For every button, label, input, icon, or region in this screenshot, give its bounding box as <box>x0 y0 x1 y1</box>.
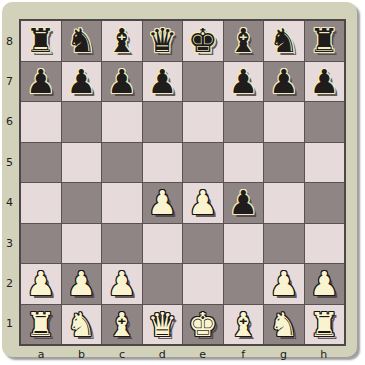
file-label-b: b <box>61 347 101 362</box>
piece-white-king-e1[interactable]: ♚ <box>183 305 223 345</box>
square-e8[interactable]: ♚ <box>183 21 223 61</box>
piece-black-knight-g8[interactable]: ♞ <box>264 21 304 61</box>
square-c8[interactable]: ♝ <box>102 21 142 61</box>
piece-black-pawn-a7[interactable]: ♟ <box>21 62 61 102</box>
piece-black-pawn-g7[interactable]: ♟ <box>264 62 304 102</box>
square-a6[interactable] <box>21 102 61 142</box>
square-f7[interactable]: ♟ <box>224 62 264 102</box>
square-c2[interactable]: ♟ <box>102 264 142 304</box>
rank-label-7: 7 <box>0 61 19 101</box>
piece-black-knight-b8[interactable]: ♞ <box>62 21 102 61</box>
square-h6[interactable] <box>305 102 345 142</box>
square-d1[interactable]: ♛ <box>143 305 183 345</box>
piece-black-pawn-f4[interactable]: ♟ <box>224 183 264 223</box>
piece-white-knight-g1[interactable]: ♞ <box>264 305 304 345</box>
square-g1[interactable]: ♞ <box>264 305 304 345</box>
piece-black-pawn-d7[interactable]: ♟ <box>143 62 183 102</box>
piece-white-pawn-c2[interactable]: ♟ <box>102 264 142 304</box>
piece-white-pawn-e4[interactable]: ♟ <box>183 183 223 223</box>
file-label-d: d <box>142 347 182 362</box>
piece-black-pawn-c7[interactable]: ♟ <box>102 62 142 102</box>
piece-white-rook-h1[interactable]: ♜ <box>305 305 345 345</box>
square-a3[interactable] <box>21 224 61 264</box>
square-h2[interactable]: ♟ <box>305 264 345 304</box>
square-g5[interactable] <box>264 143 304 183</box>
rank-label-5: 5 <box>0 142 19 182</box>
square-d6[interactable] <box>143 102 183 142</box>
file-label-h: h <box>304 347 344 362</box>
square-b3[interactable] <box>62 224 102 264</box>
square-b8[interactable]: ♞ <box>62 21 102 61</box>
square-h5[interactable] <box>305 143 345 183</box>
square-d7[interactable]: ♟ <box>143 62 183 102</box>
square-c4[interactable] <box>102 183 142 223</box>
square-g3[interactable] <box>264 224 304 264</box>
square-g4[interactable] <box>264 183 304 223</box>
square-b5[interactable] <box>62 143 102 183</box>
square-b1[interactable]: ♞ <box>62 305 102 345</box>
square-h7[interactable]: ♟ <box>305 62 345 102</box>
piece-black-king-e8[interactable]: ♚ <box>183 21 223 61</box>
piece-black-bishop-f8[interactable]: ♝ <box>224 21 264 61</box>
square-f1[interactable]: ♝ <box>224 305 264 345</box>
file-label-c: c <box>102 347 142 362</box>
piece-black-queen-d8[interactable]: ♛ <box>143 21 183 61</box>
square-c7[interactable]: ♟ <box>102 62 142 102</box>
square-f5[interactable] <box>224 143 264 183</box>
piece-black-pawn-h7[interactable]: ♟ <box>305 62 345 102</box>
square-d4[interactable]: ♟ <box>143 183 183 223</box>
square-f6[interactable] <box>224 102 264 142</box>
square-h1[interactable]: ♜ <box>305 305 345 345</box>
file-label-f: f <box>223 347 263 362</box>
square-e2[interactable] <box>183 264 223 304</box>
square-a7[interactable]: ♟ <box>21 62 61 102</box>
square-g6[interactable] <box>264 102 304 142</box>
piece-white-bishop-f1[interactable]: ♝ <box>224 305 264 345</box>
piece-black-pawn-f7[interactable]: ♟ <box>224 62 264 102</box>
square-h4[interactable] <box>305 183 345 223</box>
file-coordinates: abcdefgh <box>21 347 344 362</box>
piece-white-pawn-g2[interactable]: ♟ <box>264 264 304 304</box>
rank-label-4: 4 <box>0 183 19 223</box>
square-c6[interactable] <box>102 102 142 142</box>
piece-white-pawn-a2[interactable]: ♟ <box>21 264 61 304</box>
piece-white-pawn-h2[interactable]: ♟ <box>305 264 345 304</box>
piece-white-pawn-b2[interactable]: ♟ <box>62 264 102 304</box>
piece-white-bishop-c1[interactable]: ♝ <box>102 305 142 345</box>
square-e7[interactable] <box>183 62 223 102</box>
square-a2[interactable]: ♟ <box>21 264 61 304</box>
chess-board: ♜♞♝♛♚♝♞♜♟♟♟♟♟♟♟♟♟♟♟♟♟♟♟♜♞♝♛♚♝♞♜ <box>19 19 346 346</box>
piece-black-pawn-b7[interactable]: ♟ <box>62 62 102 102</box>
square-f4[interactable]: ♟ <box>224 183 264 223</box>
piece-white-pawn-d4[interactable]: ♟ <box>143 183 183 223</box>
rank-label-8: 8 <box>0 21 19 61</box>
square-g8[interactable]: ♞ <box>264 21 304 61</box>
board-grid: ♜♞♝♛♚♝♞♜♟♟♟♟♟♟♟♟♟♟♟♟♟♟♟♜♞♝♛♚♝♞♜ <box>21 21 344 344</box>
rank-coordinates: 87654321 <box>0 21 19 344</box>
square-b2[interactable]: ♟ <box>62 264 102 304</box>
square-e4[interactable]: ♟ <box>183 183 223 223</box>
square-e3[interactable] <box>183 224 223 264</box>
square-a1[interactable]: ♜ <box>21 305 61 345</box>
square-h8[interactable]: ♜ <box>305 21 345 61</box>
square-h3[interactable] <box>305 224 345 264</box>
file-label-e: e <box>183 347 223 362</box>
file-label-a: a <box>21 347 61 362</box>
square-d8[interactable]: ♛ <box>143 21 183 61</box>
square-a5[interactable] <box>21 143 61 183</box>
rank-label-6: 6 <box>0 102 19 142</box>
square-a8[interactable]: ♜ <box>21 21 61 61</box>
piece-black-rook-a8[interactable]: ♜ <box>21 21 61 61</box>
file-label-g: g <box>263 347 303 362</box>
rank-label-1: 1 <box>0 304 19 344</box>
square-f8[interactable]: ♝ <box>224 21 264 61</box>
chess-app-window: 87654321 ♜♞♝♛♚♝♞♜♟♟♟♟♟♟♟♟♟♟♟♟♟♟♟♜♞♝♛♚♝♞♜… <box>0 0 365 365</box>
square-g7[interactable]: ♟ <box>264 62 304 102</box>
square-b4[interactable] <box>62 183 102 223</box>
square-e5[interactable] <box>183 143 223 183</box>
square-d5[interactable] <box>143 143 183 183</box>
square-e6[interactable] <box>183 102 223 142</box>
square-f2[interactable] <box>224 264 264 304</box>
rank-label-3: 3 <box>0 223 19 263</box>
square-f3[interactable] <box>224 224 264 264</box>
square-e1[interactable]: ♚ <box>183 305 223 345</box>
square-c1[interactable]: ♝ <box>102 305 142 345</box>
piece-white-rook-a1[interactable]: ♜ <box>21 305 61 345</box>
piece-black-rook-h8[interactable]: ♜ <box>305 21 345 61</box>
piece-black-bishop-c8[interactable]: ♝ <box>102 21 142 61</box>
piece-white-queen-d1[interactable]: ♛ <box>143 305 183 345</box>
square-c3[interactable] <box>102 224 142 264</box>
square-b6[interactable] <box>62 102 102 142</box>
square-d3[interactable] <box>143 224 183 264</box>
square-b7[interactable]: ♟ <box>62 62 102 102</box>
square-d2[interactable] <box>143 264 183 304</box>
rank-label-2: 2 <box>0 263 19 303</box>
square-g2[interactable]: ♟ <box>264 264 304 304</box>
piece-white-knight-b1[interactable]: ♞ <box>62 305 102 345</box>
square-a4[interactable] <box>21 183 61 223</box>
square-c5[interactable] <box>102 143 142 183</box>
